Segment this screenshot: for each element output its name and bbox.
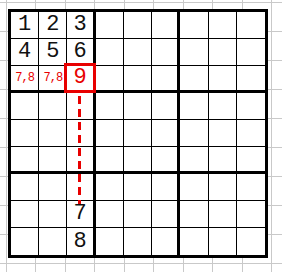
- cell-r9c5[interactable]: [124, 228, 152, 255]
- cell-r2c5[interactable]: [124, 39, 152, 66]
- cell-r5c4[interactable]: [96, 120, 124, 147]
- cell-r5c7[interactable]: [180, 120, 208, 147]
- cell-r4c5[interactable]: [124, 93, 152, 120]
- cell-r9c7[interactable]: [180, 228, 208, 255]
- cell-r3c5[interactable]: [124, 66, 152, 93]
- cell-r7c8[interactable]: [209, 174, 237, 201]
- cell-r7c3[interactable]: [67, 174, 95, 201]
- cell-r3c6[interactable]: [152, 66, 180, 93]
- cell-r7c1[interactable]: [11, 174, 39, 201]
- cell-r1c4[interactable]: [96, 12, 124, 39]
- cell-r6c8[interactable]: [209, 147, 237, 174]
- cell-r8c8[interactable]: [209, 201, 237, 228]
- cell-r5c5[interactable]: [124, 120, 152, 147]
- cell-r6c3[interactable]: [67, 147, 95, 174]
- cell-r6c2[interactable]: [39, 147, 67, 174]
- cell-r2c7[interactable]: [180, 39, 208, 66]
- cell-r1c6[interactable]: [152, 12, 180, 39]
- cell-r2c4[interactable]: [96, 39, 124, 66]
- cell-r6c6[interactable]: [152, 147, 180, 174]
- cell-r3c4[interactable]: [96, 66, 124, 93]
- cell-r9c6[interactable]: [152, 228, 180, 255]
- cell-r1c3[interactable]: 3: [67, 12, 95, 39]
- cell-r8c2[interactable]: [39, 201, 67, 228]
- cell-r3c2[interactable]: 7,8: [39, 66, 67, 93]
- cell-r4c4[interactable]: [96, 93, 124, 120]
- cell-r2c3[interactable]: 6: [67, 39, 95, 66]
- cell-r5c8[interactable]: [209, 120, 237, 147]
- cell-r8c7[interactable]: [180, 201, 208, 228]
- cell-r4c3[interactable]: [67, 93, 95, 120]
- cell-r9c3[interactable]: 8: [67, 228, 95, 255]
- cell-r1c7[interactable]: [180, 12, 208, 39]
- cell-r5c6[interactable]: [152, 120, 180, 147]
- cell-r3c9[interactable]: [237, 66, 265, 93]
- cell-r8c6[interactable]: [152, 201, 180, 228]
- cell-r9c4[interactable]: [96, 228, 124, 255]
- canvas: 1234567,87,8978: [0, 0, 282, 272]
- cell-r8c1[interactable]: [11, 201, 39, 228]
- cell-r9c8[interactable]: [209, 228, 237, 255]
- cell-r8c5[interactable]: [124, 201, 152, 228]
- cell-r7c6[interactable]: [152, 174, 180, 201]
- sudoku-board: 1234567,87,8978: [8, 9, 268, 258]
- cell-r4c1[interactable]: [11, 93, 39, 120]
- cell-r1c2[interactable]: 2: [39, 12, 67, 39]
- cell-r3c3[interactable]: 9: [67, 66, 95, 93]
- cell-r7c4[interactable]: [96, 174, 124, 201]
- cell-r3c8[interactable]: [209, 66, 237, 93]
- cell-r6c4[interactable]: [96, 147, 124, 174]
- cell-r9c2[interactable]: [39, 228, 67, 255]
- cell-r2c8[interactable]: [209, 39, 237, 66]
- cell-r3c7[interactable]: [180, 66, 208, 93]
- cell-r7c2[interactable]: [39, 174, 67, 201]
- cell-r4c9[interactable]: [237, 93, 265, 120]
- cell-r4c2[interactable]: [39, 93, 67, 120]
- cell-r5c1[interactable]: [11, 120, 39, 147]
- cell-r1c1[interactable]: 1: [11, 12, 39, 39]
- cell-r4c6[interactable]: [152, 93, 180, 120]
- cell-r6c7[interactable]: [180, 147, 208, 174]
- cell-r7c5[interactable]: [124, 174, 152, 201]
- cell-r7c9[interactable]: [237, 174, 265, 201]
- cell-r4c8[interactable]: [209, 93, 237, 120]
- cell-r2c1[interactable]: 4: [11, 39, 39, 66]
- cell-r5c3[interactable]: [67, 120, 95, 147]
- cell-r5c2[interactable]: [39, 120, 67, 147]
- cell-r9c1[interactable]: [11, 228, 39, 255]
- elimination-dashed-line: [78, 96, 81, 204]
- cell-r8c9[interactable]: [237, 201, 265, 228]
- cell-r3c1[interactable]: 7,8: [11, 66, 39, 93]
- cell-r5c9[interactable]: [237, 120, 265, 147]
- cell-r9c9[interactable]: [237, 228, 265, 255]
- cell-r1c5[interactable]: [124, 12, 152, 39]
- cell-r2c9[interactable]: [237, 39, 265, 66]
- cell-r2c6[interactable]: [152, 39, 180, 66]
- cell-r6c1[interactable]: [11, 147, 39, 174]
- cell-r7c7[interactable]: [180, 174, 208, 201]
- cell-r4c7[interactable]: [180, 93, 208, 120]
- cell-r8c4[interactable]: [96, 201, 124, 228]
- cell-r1c9[interactable]: [237, 12, 265, 39]
- cell-r1c8[interactable]: [209, 12, 237, 39]
- cell-r2c2[interactable]: 5: [39, 39, 67, 66]
- cell-r8c3[interactable]: 7: [67, 201, 95, 228]
- cell-r6c5[interactable]: [124, 147, 152, 174]
- cell-r6c9[interactable]: [237, 147, 265, 174]
- highlight-box: [64, 63, 95, 93]
